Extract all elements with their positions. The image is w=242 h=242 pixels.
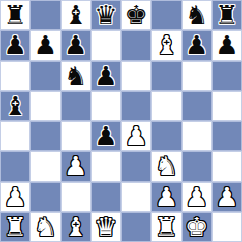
square-b2[interactable] bbox=[30, 182, 60, 212]
square-f8[interactable] bbox=[151, 0, 181, 30]
square-h4[interactable] bbox=[212, 121, 242, 151]
square-f3[interactable]: ♞ bbox=[151, 151, 181, 181]
black-pawn: ♟ bbox=[185, 30, 208, 60]
black-pawn: ♟ bbox=[3, 30, 26, 60]
square-e5[interactable] bbox=[121, 91, 151, 121]
square-h1[interactable] bbox=[212, 212, 242, 242]
square-b3[interactable] bbox=[30, 151, 60, 181]
square-g2[interactable]: ♟ bbox=[182, 182, 212, 212]
square-e3[interactable] bbox=[121, 151, 151, 181]
square-d4[interactable]: ♟ bbox=[91, 121, 121, 151]
white-knight: ♞ bbox=[34, 212, 57, 242]
square-d7[interactable] bbox=[91, 30, 121, 60]
square-f4[interactable] bbox=[151, 121, 181, 151]
square-c6[interactable]: ♞ bbox=[61, 61, 91, 91]
square-g1[interactable]: ♚ bbox=[182, 212, 212, 242]
square-e1[interactable] bbox=[121, 212, 151, 242]
square-b1[interactable]: ♞ bbox=[30, 212, 60, 242]
square-f1[interactable]: ♜ bbox=[151, 212, 181, 242]
square-d1[interactable]: ♛ bbox=[91, 212, 121, 242]
square-h7[interactable]: ♟ bbox=[212, 30, 242, 60]
white-rook: ♜ bbox=[3, 212, 26, 242]
square-e6[interactable] bbox=[121, 61, 151, 91]
black-queen: ♛ bbox=[94, 0, 117, 30]
square-e4[interactable]: ♟ bbox=[121, 121, 151, 151]
white-pawn: ♟ bbox=[124, 121, 147, 151]
square-h6[interactable] bbox=[212, 61, 242, 91]
chess-board: ♜♝♛♚♞♜♟♟♟♝♟♟♞♟♝♟♟♟♞♟♟♟♟♜♞♝♛♜♚ bbox=[0, 0, 242, 242]
white-pawn: ♟ bbox=[185, 182, 208, 212]
square-c1[interactable]: ♝ bbox=[61, 212, 91, 242]
square-g4[interactable] bbox=[182, 121, 212, 151]
square-f7[interactable]: ♝ bbox=[151, 30, 181, 60]
square-a3[interactable] bbox=[0, 151, 30, 181]
square-b4[interactable] bbox=[30, 121, 60, 151]
black-pawn: ♟ bbox=[215, 30, 238, 60]
square-h5[interactable] bbox=[212, 91, 242, 121]
white-rook: ♜ bbox=[155, 212, 178, 242]
square-h3[interactable] bbox=[212, 151, 242, 181]
square-d3[interactable] bbox=[91, 151, 121, 181]
square-a4[interactable] bbox=[0, 121, 30, 151]
black-knight: ♞ bbox=[185, 0, 208, 30]
square-e8[interactable]: ♚ bbox=[121, 0, 151, 30]
square-f6[interactable] bbox=[151, 61, 181, 91]
white-queen: ♛ bbox=[94, 212, 117, 242]
black-knight: ♞ bbox=[64, 61, 87, 91]
black-rook: ♜ bbox=[3, 0, 26, 30]
square-c5[interactable] bbox=[61, 91, 91, 121]
square-f5[interactable] bbox=[151, 91, 181, 121]
square-g3[interactable] bbox=[182, 151, 212, 181]
square-a6[interactable] bbox=[0, 61, 30, 91]
white-bishop: ♝ bbox=[64, 212, 87, 242]
square-b7[interactable]: ♟ bbox=[30, 30, 60, 60]
black-pawn: ♟ bbox=[94, 121, 117, 151]
white-pawn: ♟ bbox=[64, 151, 87, 181]
square-a8[interactable]: ♜ bbox=[0, 0, 30, 30]
square-b8[interactable] bbox=[30, 0, 60, 30]
white-pawn: ♟ bbox=[215, 182, 238, 212]
white-knight: ♞ bbox=[155, 151, 178, 181]
square-h8[interactable]: ♜ bbox=[212, 0, 242, 30]
square-g5[interactable] bbox=[182, 91, 212, 121]
square-c7[interactable]: ♟ bbox=[61, 30, 91, 60]
square-d5[interactable] bbox=[91, 91, 121, 121]
square-f2[interactable]: ♟ bbox=[151, 182, 181, 212]
square-c8[interactable]: ♝ bbox=[61, 0, 91, 30]
square-a7[interactable]: ♟ bbox=[0, 30, 30, 60]
square-a5[interactable]: ♝ bbox=[0, 91, 30, 121]
square-e7[interactable] bbox=[121, 30, 151, 60]
square-d8[interactable]: ♛ bbox=[91, 0, 121, 30]
black-pawn: ♟ bbox=[34, 30, 57, 60]
white-pawn: ♟ bbox=[3, 182, 26, 212]
square-e2[interactable] bbox=[121, 182, 151, 212]
black-bishop: ♝ bbox=[3, 91, 26, 121]
square-a1[interactable]: ♜ bbox=[0, 212, 30, 242]
black-pawn: ♟ bbox=[64, 30, 87, 60]
black-rook: ♜ bbox=[215, 0, 238, 30]
square-g8[interactable]: ♞ bbox=[182, 0, 212, 30]
black-pawn: ♟ bbox=[94, 61, 117, 91]
square-c2[interactable] bbox=[61, 182, 91, 212]
square-h2[interactable]: ♟ bbox=[212, 182, 242, 212]
white-king: ♚ bbox=[185, 212, 208, 242]
black-bishop: ♝ bbox=[64, 0, 87, 30]
square-c3[interactable]: ♟ bbox=[61, 151, 91, 181]
square-b6[interactable] bbox=[30, 61, 60, 91]
square-g7[interactable]: ♟ bbox=[182, 30, 212, 60]
square-d6[interactable]: ♟ bbox=[91, 61, 121, 91]
square-b5[interactable] bbox=[30, 91, 60, 121]
square-a2[interactable]: ♟ bbox=[0, 182, 30, 212]
square-g6[interactable] bbox=[182, 61, 212, 91]
white-bishop: ♝ bbox=[155, 30, 178, 60]
white-pawn: ♟ bbox=[155, 182, 178, 212]
black-king: ♚ bbox=[124, 0, 147, 30]
square-c4[interactable] bbox=[61, 121, 91, 151]
square-d2[interactable] bbox=[91, 182, 121, 212]
